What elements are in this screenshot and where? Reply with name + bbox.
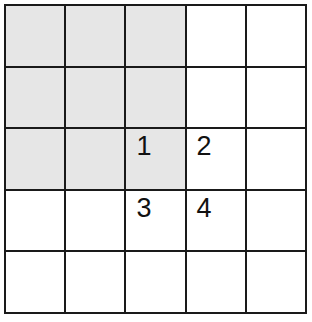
cell-r5c4	[187, 252, 245, 312]
cell-r5c3	[126, 252, 184, 312]
puzzle-diagram-page: 1234	[0, 0, 312, 322]
cell-r5c1	[6, 252, 64, 312]
cell-r5c5	[247, 252, 305, 312]
cell-r2c1	[6, 68, 64, 128]
cell-r4c3: 3	[126, 191, 184, 251]
cell-number: 3	[126, 191, 184, 222]
cell-r2c4	[187, 68, 245, 128]
cell-r2c3	[126, 68, 184, 128]
puzzle-grid: 1234	[4, 4, 307, 314]
cell-r3c2	[66, 129, 124, 189]
cell-r1c4	[187, 6, 245, 66]
cell-r1c2	[66, 6, 124, 66]
cell-r4c4: 4	[187, 191, 245, 251]
cell-r4c1	[6, 191, 64, 251]
cell-r4c2	[66, 191, 124, 251]
cell-r2c2	[66, 68, 124, 128]
cell-r5c2	[66, 252, 124, 312]
cell-r3c1	[6, 129, 64, 189]
cell-number: 4	[187, 191, 245, 222]
cell-number: 2	[187, 129, 245, 160]
cell-r3c5	[247, 129, 305, 189]
cell-r1c5	[247, 6, 305, 66]
cell-r1c1	[6, 6, 64, 66]
cell-r4c5	[247, 191, 305, 251]
cell-r3c4: 2	[187, 129, 245, 189]
cell-number: 1	[126, 129, 184, 160]
cell-r2c5	[247, 68, 305, 128]
cell-r1c3	[126, 6, 184, 66]
cell-r3c3: 1	[126, 129, 184, 189]
